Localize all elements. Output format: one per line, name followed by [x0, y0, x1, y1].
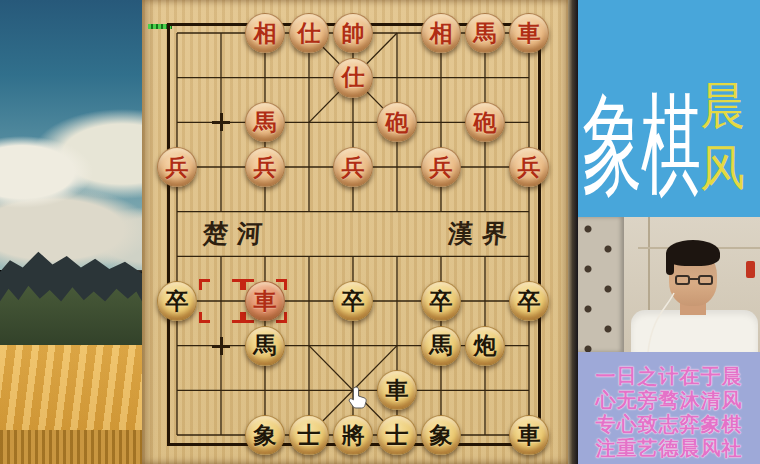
slogan-line: 心无旁骛沐清风	[578, 387, 760, 411]
piece-black-卒[interactable]: 卒	[333, 281, 373, 321]
river-label-left: 楚河	[202, 217, 272, 250]
app-window: 楚河 漢界 相仕帥相馬車仕馬砲砲兵兵兵兵兵車卒卒卒卒馬馬炮車象士將士象車 象棋 …	[0, 0, 760, 464]
wheat-field-foreground	[0, 430, 142, 464]
logo-main-text: 象棋	[582, 72, 700, 222]
panel-divider	[568, 0, 578, 464]
last-move-from-marker	[199, 279, 243, 323]
slogan-line: 一日之计在于晨	[578, 363, 760, 387]
background-photo	[0, 0, 142, 464]
slogan-line: 专心致志弈象棋	[578, 411, 760, 435]
slogan-line: 注重艺德晨风社	[578, 435, 760, 459]
piece-red-車[interactable]: 車	[509, 13, 549, 53]
piece-black-車[interactable]: 車	[509, 415, 549, 455]
piece-red-帥[interactable]: 帥	[333, 13, 373, 53]
piece-black-象[interactable]: 象	[245, 415, 285, 455]
piece-red-相[interactable]: 相	[421, 13, 461, 53]
webcam-feed	[578, 217, 760, 352]
piece-black-將[interactable]: 將	[333, 415, 373, 455]
position-marker	[212, 337, 230, 355]
piece-red-車[interactable]: 車	[245, 281, 285, 321]
logo-sub-text: 晨风	[700, 76, 750, 199]
piece-black-炮[interactable]: 炮	[465, 326, 505, 366]
piece-red-仕[interactable]: 仕	[333, 58, 373, 98]
piece-black-卒[interactable]: 卒	[421, 281, 461, 321]
clouds	[0, 100, 142, 280]
piece-red-相[interactable]: 相	[245, 13, 285, 53]
piece-black-馬[interactable]: 馬	[245, 326, 285, 366]
piece-red-兵[interactable]: 兵	[245, 147, 285, 187]
piece-red-兵[interactable]: 兵	[157, 147, 197, 187]
river-label-right: 漢界	[447, 217, 517, 250]
piece-red-兵[interactable]: 兵	[509, 147, 549, 187]
hand-cursor-icon	[347, 386, 369, 414]
piece-black-象[interactable]: 象	[421, 415, 461, 455]
piece-black-卒[interactable]: 卒	[157, 281, 197, 321]
earphone-wire	[578, 217, 760, 352]
position-marker	[212, 113, 230, 131]
piece-black-卒[interactable]: 卒	[509, 281, 549, 321]
piece-red-兵[interactable]: 兵	[421, 147, 461, 187]
piece-red-馬[interactable]: 馬	[465, 13, 505, 53]
stream-logo-panel: 象棋 晨风	[578, 0, 760, 217]
piece-black-馬[interactable]: 馬	[421, 326, 461, 366]
slogan-panel: 一日之计在于晨 心无旁骛沐清风 专心致志弈象棋 注重艺德晨风社	[578, 352, 760, 464]
piece-red-仕[interactable]: 仕	[289, 13, 329, 53]
piece-red-兵[interactable]: 兵	[333, 147, 373, 187]
piece-black-士[interactable]: 士	[289, 415, 329, 455]
piece-black-士[interactable]: 士	[377, 415, 417, 455]
